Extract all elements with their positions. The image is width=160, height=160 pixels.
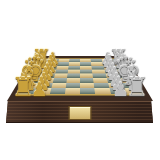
wooden-case-front <box>6 101 153 123</box>
silver-pawn[interactable]: ♟ <box>112 80 129 99</box>
chess-set-scene: ♜♟♞♟♝♟♛♟♚♟♝♟♞♟♜♟♜♟♞♟♝♟♛♟♚♟♝♟♞♟♜♟ <box>0 0 160 160</box>
gold-pawn[interactable]: ♟ <box>31 80 48 99</box>
square[interactable] <box>65 88 80 94</box>
square[interactable] <box>49 88 65 94</box>
square[interactable] <box>80 88 95 94</box>
brass-plaque <box>68 106 91 120</box>
